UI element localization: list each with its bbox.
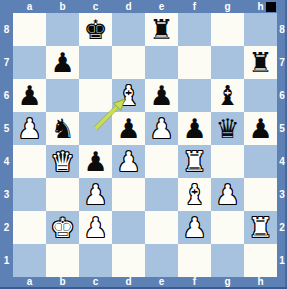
piece-white-pawn: ♟ xyxy=(182,211,206,244)
piece-black-king: ♚ xyxy=(83,13,107,46)
square-a6[interactable]: ♟ xyxy=(13,79,46,112)
square-b2[interactable]: ♚ xyxy=(46,211,79,244)
rank-label-6: 6 xyxy=(277,79,287,112)
file-label-b: b xyxy=(46,0,79,13)
square-b5[interactable]: ♞ xyxy=(46,112,79,145)
piece-black-rook: ♜ xyxy=(149,13,173,46)
square-a2[interactable] xyxy=(13,211,46,244)
square-c8[interactable]: ♚ xyxy=(79,13,112,46)
file-label-d: d xyxy=(112,0,145,13)
rank-label-6: 6 xyxy=(0,79,13,112)
piece-white-rook: ♜ xyxy=(182,145,206,178)
square-d5[interactable]: ♟ xyxy=(112,112,145,145)
chess-board: ♚♜♟♜♟♝♟♝♟♞♟♟♟♛♟♛♟♟♜♟♝♟♚♟♟♜ xyxy=(13,13,277,277)
piece-white-queen: ♛ xyxy=(50,145,74,178)
piece-black-bishop: ♝ xyxy=(215,79,239,112)
square-f4[interactable]: ♜ xyxy=(178,145,211,178)
piece-white-king: ♚ xyxy=(50,211,74,244)
file-label-c: c xyxy=(79,0,112,13)
square-h8[interactable] xyxy=(244,13,277,46)
rank-label-2: 2 xyxy=(277,211,287,244)
square-h1[interactable] xyxy=(244,244,277,277)
square-d8[interactable] xyxy=(112,13,145,46)
square-a5[interactable]: ♟ xyxy=(13,112,46,145)
square-b6[interactable] xyxy=(46,79,79,112)
file-label-f: f xyxy=(178,276,211,287)
piece-white-bishop: ♝ xyxy=(116,79,140,112)
file-labels-bottom: abcdefgh xyxy=(13,276,277,287)
square-a1[interactable] xyxy=(13,244,46,277)
black-to-move-indicator xyxy=(266,2,276,12)
file-label-f: f xyxy=(178,0,211,13)
piece-white-pawn: ♟ xyxy=(215,178,239,211)
square-e1[interactable] xyxy=(145,244,178,277)
square-b3[interactable] xyxy=(46,178,79,211)
piece-white-rook: ♜ xyxy=(248,211,272,244)
square-f1[interactable] xyxy=(178,244,211,277)
file-label-e: e xyxy=(145,276,178,287)
piece-black-pawn: ♟ xyxy=(83,145,107,178)
rank-label-7: 7 xyxy=(277,46,287,79)
piece-white-pawn: ♟ xyxy=(149,112,173,145)
square-f6[interactable] xyxy=(178,79,211,112)
square-d2[interactable] xyxy=(112,211,145,244)
square-c1[interactable] xyxy=(79,244,112,277)
square-c6[interactable] xyxy=(79,79,112,112)
square-c2[interactable]: ♟ xyxy=(79,211,112,244)
rank-label-8: 8 xyxy=(277,13,287,46)
rank-labels-left: 87654321 xyxy=(0,13,13,277)
square-h2[interactable]: ♜ xyxy=(244,211,277,244)
file-label-a: a xyxy=(13,0,46,13)
piece-black-queen: ♛ xyxy=(215,112,239,145)
square-h6[interactable] xyxy=(244,79,277,112)
square-g1[interactable] xyxy=(211,244,244,277)
rank-label-2: 2 xyxy=(0,211,13,244)
square-e4[interactable] xyxy=(145,145,178,178)
file-label-c: c xyxy=(79,276,112,287)
piece-black-pawn: ♟ xyxy=(116,112,140,145)
rank-label-5: 5 xyxy=(277,112,287,145)
square-h7[interactable]: ♜ xyxy=(244,46,277,79)
rank-label-3: 3 xyxy=(277,178,287,211)
rank-labels-right: 87654321 xyxy=(277,13,287,277)
square-b7[interactable]: ♟ xyxy=(46,46,79,79)
rank-label-4: 4 xyxy=(277,145,287,178)
square-f8[interactable] xyxy=(178,13,211,46)
square-g3[interactable]: ♟ xyxy=(211,178,244,211)
square-g2[interactable] xyxy=(211,211,244,244)
square-g8[interactable] xyxy=(211,13,244,46)
square-g4[interactable] xyxy=(211,145,244,178)
piece-black-pawn: ♟ xyxy=(248,112,272,145)
file-label-g: g xyxy=(211,276,244,287)
piece-white-pawn: ♟ xyxy=(17,112,41,145)
square-g7[interactable] xyxy=(211,46,244,79)
chess-board-frame: abcdefgh abcdefgh 87654321 87654321 ♚♜♟♜… xyxy=(0,0,287,289)
square-d7[interactable] xyxy=(112,46,145,79)
rank-label-4: 4 xyxy=(0,145,13,178)
piece-black-rook: ♜ xyxy=(248,46,272,79)
piece-white-pawn: ♟ xyxy=(116,145,140,178)
square-c5[interactable] xyxy=(79,112,112,145)
square-d4[interactable]: ♟ xyxy=(112,145,145,178)
square-g6[interactable]: ♝ xyxy=(211,79,244,112)
piece-white-pawn: ♟ xyxy=(83,178,107,211)
square-f2[interactable]: ♟ xyxy=(178,211,211,244)
piece-black-pawn: ♟ xyxy=(182,112,206,145)
file-label-a: a xyxy=(13,276,46,287)
square-f5[interactable]: ♟ xyxy=(178,112,211,145)
piece-black-pawn: ♟ xyxy=(17,79,41,112)
file-label-b: b xyxy=(46,276,79,287)
piece-white-pawn: ♟ xyxy=(83,211,107,244)
square-e3[interactable] xyxy=(145,178,178,211)
file-label-g: g xyxy=(211,0,244,13)
square-h4[interactable] xyxy=(244,145,277,178)
square-d1[interactable] xyxy=(112,244,145,277)
square-c7[interactable] xyxy=(79,46,112,79)
square-b8[interactable] xyxy=(46,13,79,46)
square-e5[interactable]: ♟ xyxy=(145,112,178,145)
square-e2[interactable] xyxy=(145,211,178,244)
piece-white-bishop: ♝ xyxy=(182,178,206,211)
rank-label-5: 5 xyxy=(0,112,13,145)
square-a7[interactable] xyxy=(13,46,46,79)
rank-label-8: 8 xyxy=(0,13,13,46)
square-d6[interactable]: ♝ xyxy=(112,79,145,112)
square-h5[interactable]: ♟ xyxy=(244,112,277,145)
file-labels-top: abcdefgh xyxy=(13,0,277,13)
square-a3[interactable] xyxy=(13,178,46,211)
piece-black-knight: ♞ xyxy=(50,112,74,145)
square-c4[interactable]: ♟ xyxy=(79,145,112,178)
square-c3[interactable]: ♟ xyxy=(79,178,112,211)
file-label-d: d xyxy=(112,276,145,287)
rank-label-7: 7 xyxy=(0,46,13,79)
square-h3[interactable] xyxy=(244,178,277,211)
file-label-h: h xyxy=(244,276,277,287)
rank-label-1: 1 xyxy=(0,244,13,277)
file-label-e: e xyxy=(145,0,178,13)
square-a4[interactable] xyxy=(13,145,46,178)
square-b4[interactable]: ♛ xyxy=(46,145,79,178)
square-b1[interactable] xyxy=(46,244,79,277)
square-f7[interactable] xyxy=(178,46,211,79)
square-a8[interactable] xyxy=(13,13,46,46)
square-e8[interactable]: ♜ xyxy=(145,13,178,46)
piece-black-pawn: ♟ xyxy=(149,79,173,112)
square-f3[interactable]: ♝ xyxy=(178,178,211,211)
square-g5[interactable]: ♛ xyxy=(211,112,244,145)
rank-label-3: 3 xyxy=(0,178,13,211)
square-e6[interactable]: ♟ xyxy=(145,79,178,112)
square-d3[interactable] xyxy=(112,178,145,211)
piece-black-pawn: ♟ xyxy=(50,46,74,79)
square-e7[interactable] xyxy=(145,46,178,79)
rank-label-1: 1 xyxy=(277,244,287,277)
